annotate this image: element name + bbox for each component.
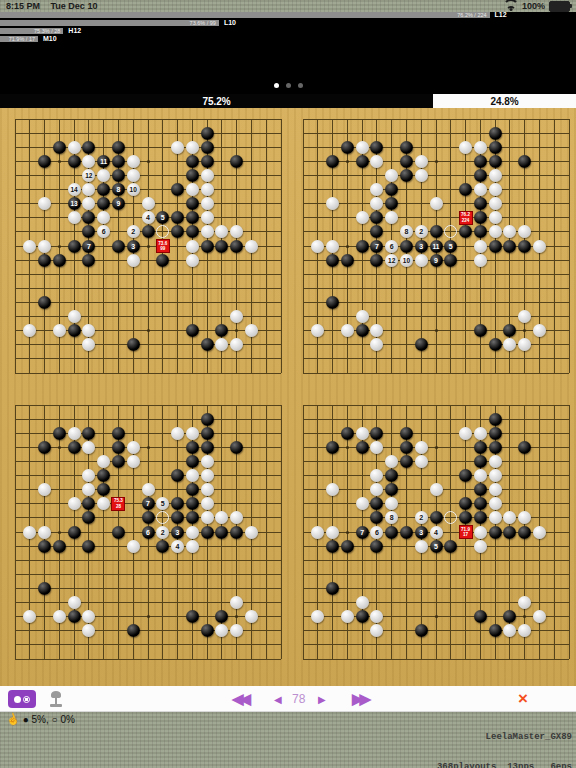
white-move-stone: 4: [430, 526, 443, 539]
white-stone: [97, 211, 110, 224]
black-stone: [459, 183, 472, 196]
black-stone: [370, 225, 383, 238]
go-board-variation-M10[interactable]: 234567871.917: [296, 398, 576, 666]
white-stone: [38, 483, 51, 496]
black-stone: [68, 441, 81, 454]
engine-status-area: ☝ ● 5%, ○ 0% LeelaMaster_GX89 368playout…: [0, 712, 576, 768]
black-stone: [489, 127, 502, 140]
white-stone-icon: [23, 696, 30, 703]
black-stone: [230, 526, 243, 539]
hand-icon: ☝: [4, 711, 21, 728]
black-stone: [489, 338, 502, 351]
black-stone: [171, 225, 184, 238]
black-stone: [503, 526, 516, 539]
stones-toggle-button[interactable]: [8, 690, 36, 708]
fast-rewind-button[interactable]: ◀◀: [232, 686, 247, 712]
engine-stats: 368playouts 13nps 6eps: [437, 762, 572, 768]
black-stone: [201, 441, 214, 454]
selected-move-red-marker[interactable]: 73.699: [156, 239, 170, 253]
white-stone: [68, 211, 81, 224]
black-stone: [356, 155, 369, 168]
black-stone: [201, 526, 214, 539]
black-stone: [38, 254, 51, 267]
selected-move-red-marker[interactable]: 71.917: [459, 525, 473, 539]
black-stone: [82, 211, 95, 224]
black-stone: [341, 141, 354, 154]
white-stone: [245, 240, 258, 253]
black-stone: [474, 441, 487, 454]
black-move-stone: 7: [370, 240, 383, 253]
white-stone: [53, 324, 66, 337]
black-stone: [201, 141, 214, 154]
black-stone: [459, 511, 472, 524]
black-stone: [489, 427, 502, 440]
white-stone: [430, 483, 443, 496]
black-stone: [474, 324, 487, 337]
black-stone: [474, 155, 487, 168]
black-stone: [385, 183, 398, 196]
candidate-bar: 73.6% / 99: [0, 20, 219, 26]
black-stone: [415, 338, 428, 351]
white-stone: [82, 183, 95, 196]
white-move-stone: 8: [385, 511, 398, 524]
white-stone: [311, 240, 324, 253]
black-stone: [370, 540, 383, 553]
white-stone: [356, 141, 369, 154]
white-stone: [533, 610, 546, 623]
white-stone: [474, 141, 487, 154]
black-stone: [38, 441, 51, 454]
black-stone: [112, 155, 125, 168]
white-stone: [201, 183, 214, 196]
black-stone: [459, 497, 472, 510]
black-stone: [400, 441, 413, 454]
white-stone: [518, 624, 531, 637]
white-stone: [415, 169, 428, 182]
white-stone: [82, 483, 95, 496]
white-stone: [311, 610, 324, 623]
white-stone: [370, 183, 383, 196]
white-stone: [533, 240, 546, 253]
white-stone: [82, 610, 95, 623]
white-stone: [38, 526, 51, 539]
white-move-stone: 6: [97, 225, 110, 238]
white-stone: [142, 197, 155, 210]
black-stone: [215, 610, 228, 623]
black-stone: [474, 169, 487, 182]
variation-boards-grid: 23456789101112131473.699235678910111276.…: [0, 108, 576, 686]
white-stone: [356, 310, 369, 323]
black-stone: [186, 211, 199, 224]
black-stone: [53, 254, 66, 267]
step-back-button[interactable]: ◀: [274, 686, 282, 712]
white-stone: [341, 610, 354, 623]
white-stone: [311, 526, 324, 539]
white-stone: [215, 225, 228, 238]
status-date: Tue Dec 10: [51, 1, 98, 11]
black-stone: [186, 455, 199, 468]
white-stone: [459, 427, 472, 440]
black-winrate-text: 75.2%: [202, 96, 230, 107]
white-stone: [385, 455, 398, 468]
black-stone: [326, 540, 339, 553]
black-stone: [474, 225, 487, 238]
black-stone: [156, 254, 169, 267]
white-stone: [518, 511, 531, 524]
white-stone: [201, 497, 214, 510]
white-stone: [489, 455, 502, 468]
black-stone: [186, 169, 199, 182]
black-move-stone: 7: [82, 240, 95, 253]
black-stone: [341, 254, 354, 267]
white-stone: [356, 211, 369, 224]
black-stone: [518, 240, 531, 253]
status-bar: 8:15 PM Tue Dec 10 100%: [0, 0, 576, 12]
selected-move-red-marker[interactable]: 75.328: [111, 497, 125, 511]
black-stone: [459, 469, 472, 482]
white-stone: [489, 211, 502, 224]
white-stone: [415, 455, 428, 468]
black-stone: [186, 483, 199, 496]
black-stone: [201, 413, 214, 426]
black-stone: [112, 526, 125, 539]
white-stone: [215, 511, 228, 524]
black-stone: [112, 455, 125, 468]
black-stone: [186, 324, 199, 337]
candidate-bar-stats: 75.3% / 28: [34, 28, 63, 34]
battery-icon: [549, 1, 570, 12]
white-move-stone: 10: [127, 183, 140, 196]
white-move-stone: 10: [400, 254, 413, 267]
black-stone: [142, 511, 155, 524]
white-stone: [127, 455, 140, 468]
black-stone: [415, 624, 428, 637]
next-move-ghost-marker: [444, 225, 457, 238]
black-stone: [82, 427, 95, 440]
black-stone: [400, 169, 413, 182]
territory-estimate: ☝ ● 5%, ○ 0%: [6, 713, 75, 726]
white-stone: [518, 596, 531, 609]
candidate-bar-stats: 71.9% / 17: [9, 36, 38, 42]
white-stone: [385, 169, 398, 182]
white-stone: [53, 610, 66, 623]
candidate-bar-row[interactable]: 71.9% / 17M10: [0, 36, 576, 42]
white-stone: [489, 469, 502, 482]
white-stone: [215, 624, 228, 637]
black-stone: [326, 155, 339, 168]
close-button[interactable]: ×: [518, 686, 528, 712]
black-stone: [97, 469, 110, 482]
black-stone: [430, 225, 443, 238]
black-stone: [156, 540, 169, 553]
candidate-bar-coord: M10: [43, 35, 57, 43]
black-stone: [489, 240, 502, 253]
black-stone: [370, 254, 383, 267]
white-stone: [245, 324, 258, 337]
white-stone: [186, 526, 199, 539]
black-stone: [503, 324, 516, 337]
black-move-stone: 5: [430, 540, 443, 553]
white-stone: [489, 197, 502, 210]
next-move-ghost-marker: [444, 511, 457, 524]
white-stone: [489, 169, 502, 182]
black-stone: [356, 610, 369, 623]
go-board-variation-H12[interactable]: 23456775.328: [8, 398, 288, 666]
candidate-bar: 75.3% / 28: [0, 28, 63, 34]
page-dot[interactable]: [286, 83, 291, 88]
white-stone: [127, 155, 140, 168]
black-stone: [68, 526, 81, 539]
black-stone: [230, 155, 243, 168]
white-stone: [201, 169, 214, 182]
white-stone: [186, 469, 199, 482]
white-stone: [127, 540, 140, 553]
black-move-stone: 3: [171, 526, 184, 539]
engine-name: LeelaMaster_GX89: [437, 732, 572, 742]
black-stone: [518, 155, 531, 168]
black-stone: [186, 610, 199, 623]
black-stone: [38, 582, 51, 595]
white-stone: [230, 225, 243, 238]
white-stone: [127, 441, 140, 454]
white-move-stone: 2: [415, 511, 428, 524]
black-stone: [489, 141, 502, 154]
black-stone: [97, 483, 110, 496]
candidate-bar-row[interactable]: 73.6% / 99L10: [0, 20, 576, 26]
candidate-bar-coord: H12: [68, 27, 81, 35]
black-stone: [127, 338, 140, 351]
white-stone: [38, 240, 51, 253]
black-move-stone: 6: [142, 526, 155, 539]
black-move-stone: 7: [142, 497, 155, 510]
white-stone: [326, 197, 339, 210]
white-stone: [370, 324, 383, 337]
white-stone: [230, 511, 243, 524]
white-stone: [311, 324, 324, 337]
white-stone: [370, 624, 383, 637]
black-stone: [171, 497, 184, 510]
black-move-stone: 3: [415, 526, 428, 539]
page-dots[interactable]: [0, 83, 576, 88]
go-board-variation-L12[interactable]: 235678910111276.2224: [296, 112, 576, 380]
white-stone: [82, 469, 95, 482]
black-stone: [186, 497, 199, 510]
black-stone: [53, 141, 66, 154]
white-stone: [82, 197, 95, 210]
black-stone: [400, 155, 413, 168]
black-stone: [68, 610, 81, 623]
white-move-stone: 12: [385, 254, 398, 267]
white-stone: [474, 526, 487, 539]
black-stone: [444, 540, 457, 553]
black-move-stone: 9: [112, 197, 125, 210]
black-stone: [503, 240, 516, 253]
white-stone: [68, 596, 81, 609]
black-stone: [400, 455, 413, 468]
black-stone: [112, 240, 125, 253]
white-stone: [518, 338, 531, 351]
black-stone: [400, 526, 413, 539]
black-stone: [186, 511, 199, 524]
white-stone: [201, 455, 214, 468]
page-dot[interactable]: [298, 83, 303, 88]
black-stone: [171, 183, 184, 196]
black-stone: [82, 511, 95, 524]
black-stone: [215, 526, 228, 539]
black-move-stone: 7: [356, 526, 369, 539]
white-stone: [370, 441, 383, 454]
black-stone: [385, 197, 398, 210]
black-stone: [127, 624, 140, 637]
white-stone: [230, 310, 243, 323]
black-stone: [444, 254, 457, 267]
black-stone: [370, 141, 383, 154]
black-move-stone: 8: [112, 183, 125, 196]
white-move-stone: 2: [415, 225, 428, 238]
step-forward-button[interactable]: ▶: [318, 686, 326, 712]
white-move-stone: 2: [156, 526, 169, 539]
black-stone: [53, 427, 66, 440]
black-stone: [97, 183, 110, 196]
black-stone: [341, 540, 354, 553]
black-stone: [385, 526, 398, 539]
black-stone: [38, 296, 51, 309]
black-stone: [68, 155, 81, 168]
white-stone: [459, 141, 472, 154]
candidate-bar-coord: L10: [224, 19, 236, 27]
black-stone: [112, 169, 125, 182]
go-board-variation-L10[interactable]: 23456789101112131473.699: [8, 112, 288, 380]
black-stone: [518, 441, 531, 454]
black-stone: [474, 455, 487, 468]
selected-move-red-marker[interactable]: 76.2224: [459, 211, 473, 225]
next-move-ghost-marker: [156, 511, 169, 524]
next-move-ghost-marker: [156, 225, 169, 238]
black-stone: [82, 225, 95, 238]
white-stone: [356, 596, 369, 609]
white-stone: [23, 610, 36, 623]
candidate-bar: 76.2% / 224: [0, 12, 490, 18]
white-stone: [68, 497, 81, 510]
white-stone: [23, 324, 36, 337]
black-stone: [341, 427, 354, 440]
white-stone: [489, 483, 502, 496]
white-stone: [356, 427, 369, 440]
white-stone: [474, 240, 487, 253]
black-move-stone: 13: [68, 197, 81, 210]
black-stone: [171, 211, 184, 224]
black-stone: [230, 240, 243, 253]
battery-percent: 100%: [522, 1, 545, 11]
white-move-stone: 8: [400, 225, 413, 238]
white-stone: [23, 240, 36, 253]
black-stone: [97, 197, 110, 210]
black-stone: [201, 155, 214, 168]
stand-icon[interactable]: [48, 690, 64, 708]
white-stone: [326, 240, 339, 253]
white-stone: [370, 155, 383, 168]
white-stone: [370, 469, 383, 482]
black-stone: [142, 225, 155, 238]
move-number[interactable]: 78: [292, 686, 305, 712]
white-winrate-text: 24.8%: [490, 96, 518, 107]
wifi-icon: [505, 2, 518, 11]
white-stone: [201, 211, 214, 224]
candidate-bar-row[interactable]: 76.2% / 224L12: [0, 12, 576, 18]
white-stone: [489, 183, 502, 196]
white-stone: [97, 497, 110, 510]
status-time: 8:15 PM: [6, 1, 40, 11]
white-stone: [142, 483, 155, 496]
white-stone: [171, 141, 184, 154]
black-move-stone: 5: [444, 240, 457, 253]
black-move-stone: 3: [127, 240, 140, 253]
black-stone: [82, 540, 95, 553]
candidate-bar: 71.9% / 17: [0, 36, 38, 42]
fast-forward-button[interactable]: ▶▶: [352, 686, 367, 712]
black-stone: [489, 413, 502, 426]
black-stone: [489, 155, 502, 168]
page-dot-active[interactable]: [274, 83, 279, 88]
white-stone: [186, 254, 199, 267]
black-stone: [201, 127, 214, 140]
black-stone: [201, 427, 214, 440]
black-move-stone: 5: [156, 211, 169, 224]
white-stone: [171, 427, 184, 440]
black-stone: [474, 511, 487, 524]
white-winrate-segment: 24.8%: [433, 94, 576, 108]
white-stone: [186, 427, 199, 440]
candidate-moves-panel: 76.2% / 224L1273.6% / 99L1075.3% / 28H12…: [0, 12, 576, 94]
white-move-stone: 6: [385, 240, 398, 253]
white-move-stone: 5: [156, 497, 169, 510]
black-stone: [38, 540, 51, 553]
white-stone: [82, 441, 95, 454]
black-stone: [400, 427, 413, 440]
white-stone: [489, 497, 502, 510]
black-stone: [503, 610, 516, 623]
black-stone: [230, 441, 243, 454]
white-stone: [370, 483, 383, 496]
white-stone: [82, 624, 95, 637]
white-stone: [201, 197, 214, 210]
white-stone: [97, 169, 110, 182]
candidate-bar-row[interactable]: 75.3% / 28H12: [0, 28, 576, 34]
white-move-stone: 2: [127, 225, 140, 238]
white-stone: [489, 511, 502, 524]
white-move-stone: 6: [370, 526, 383, 539]
white-stone: [23, 526, 36, 539]
white-stone: [474, 469, 487, 482]
white-stone: [127, 254, 140, 267]
black-stone: [112, 141, 125, 154]
white-stone: [326, 526, 339, 539]
white-stone: [201, 225, 214, 238]
white-stone: [201, 469, 214, 482]
white-stone: [415, 254, 428, 267]
black-stone: [326, 296, 339, 309]
white-stone: [370, 610, 383, 623]
white-stone: [186, 141, 199, 154]
leela-go-analysis-app: 8:15 PM Tue Dec 10 100% 76.2% / 224L1273…: [0, 0, 576, 768]
black-stone: [474, 211, 487, 224]
white-stone: [68, 427, 81, 440]
black-stone: [474, 497, 487, 510]
candidate-bar-stats: 73.6% / 99: [190, 20, 219, 26]
black-stone: [186, 225, 199, 238]
black-stone: [385, 483, 398, 496]
black-stone: [370, 511, 383, 524]
